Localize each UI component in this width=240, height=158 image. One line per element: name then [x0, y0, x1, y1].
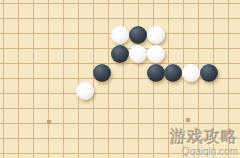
- watermark-url: Qqaiqin.com: [170, 147, 238, 158]
- board-surface[interactable]: 游戏攻略 Qqaiqin.com: [0, 0, 240, 158]
- stone-white: [147, 26, 165, 44]
- stone-black: [147, 64, 165, 82]
- stone-white: [129, 45, 147, 63]
- watermark: 游戏攻略 Qqaiqin.com: [170, 129, 238, 157]
- stone-white: [147, 45, 165, 63]
- stone-white: [182, 64, 200, 82]
- stone-black: [200, 64, 218, 82]
- stone-black: [129, 26, 147, 44]
- star-point-right: [186, 118, 190, 122]
- watermark-title: 游戏攻略: [170, 129, 238, 146]
- stone-black: [93, 64, 111, 82]
- stone-black: [111, 45, 129, 63]
- stone-grid: [76, 26, 218, 100]
- gomoku-screenshot: 游戏攻略 Qqaiqin.com: [0, 0, 240, 158]
- stone-white: [111, 26, 129, 44]
- star-point-left: [47, 120, 51, 124]
- stone-white: [76, 82, 94, 100]
- stone-black: [164, 64, 182, 82]
